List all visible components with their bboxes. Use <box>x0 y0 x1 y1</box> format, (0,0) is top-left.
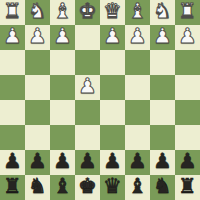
black-bishop[interactable]: ♝ <box>128 174 147 199</box>
white-rook[interactable]: ♜ <box>178 0 197 24</box>
square-a4[interactable] <box>175 75 200 100</box>
square-a5[interactable] <box>175 100 200 125</box>
square-g6[interactable] <box>25 125 50 150</box>
square-h6[interactable] <box>0 125 25 150</box>
square-d5[interactable] <box>100 100 125 125</box>
square-g3[interactable] <box>25 50 50 75</box>
square-f8[interactable]: ♝ <box>50 175 75 200</box>
black-king[interactable]: ♚ <box>78 174 97 199</box>
square-g7[interactable]: ♟ <box>25 150 50 175</box>
square-g1[interactable]: ♞ <box>25 0 50 25</box>
black-pawn[interactable]: ♟ <box>3 149 22 174</box>
square-e6[interactable] <box>75 125 100 150</box>
chess-board: ♜♞♝♚♛♝♞♜♟♟♟♟♟♟♟♟♟♟♟♟♟♟♟♟♜♞♝♚♛♝♞♜ <box>0 0 200 200</box>
square-f3[interactable] <box>50 50 75 75</box>
square-g5[interactable] <box>25 100 50 125</box>
square-d3[interactable] <box>100 50 125 75</box>
black-queen[interactable]: ♛ <box>103 174 122 199</box>
square-f5[interactable] <box>50 100 75 125</box>
square-b6[interactable] <box>150 125 175 150</box>
square-c8[interactable]: ♝ <box>125 175 150 200</box>
square-d2[interactable]: ♟ <box>100 25 125 50</box>
square-h2[interactable]: ♟ <box>0 25 25 50</box>
square-d4[interactable] <box>100 75 125 100</box>
black-pawn[interactable]: ♟ <box>178 149 197 174</box>
white-pawn[interactable]: ♟ <box>53 24 72 49</box>
square-b8[interactable]: ♞ <box>150 175 175 200</box>
square-b7[interactable]: ♟ <box>150 150 175 175</box>
square-c6[interactable] <box>125 125 150 150</box>
white-pawn[interactable]: ♟ <box>78 74 97 99</box>
square-e7[interactable]: ♟ <box>75 150 100 175</box>
square-e4[interactable]: ♟ <box>75 75 100 100</box>
white-pawn[interactable]: ♟ <box>178 24 197 49</box>
square-h4[interactable] <box>0 75 25 100</box>
black-rook[interactable]: ♜ <box>3 174 22 199</box>
square-b1[interactable]: ♞ <box>150 0 175 25</box>
square-f6[interactable] <box>50 125 75 150</box>
chess-board-container: ♜♞♝♚♛♝♞♜♟♟♟♟♟♟♟♟♟♟♟♟♟♟♟♟♜♞♝♚♛♝♞♜ <box>0 0 200 200</box>
square-a1[interactable]: ♜ <box>175 0 200 25</box>
square-h5[interactable] <box>0 100 25 125</box>
black-knight[interactable]: ♞ <box>28 174 47 199</box>
square-e2[interactable] <box>75 25 100 50</box>
square-h3[interactable] <box>0 50 25 75</box>
square-f4[interactable] <box>50 75 75 100</box>
white-pawn[interactable]: ♟ <box>153 24 172 49</box>
square-b5[interactable] <box>150 100 175 125</box>
square-g8[interactable]: ♞ <box>25 175 50 200</box>
square-a3[interactable] <box>175 50 200 75</box>
black-pawn[interactable]: ♟ <box>153 149 172 174</box>
black-pawn[interactable]: ♟ <box>103 149 122 174</box>
square-h7[interactable]: ♟ <box>0 150 25 175</box>
square-c1[interactable]: ♝ <box>125 0 150 25</box>
square-h8[interactable]: ♜ <box>0 175 25 200</box>
black-pawn[interactable]: ♟ <box>28 149 47 174</box>
square-a7[interactable]: ♟ <box>175 150 200 175</box>
white-pawn[interactable]: ♟ <box>28 24 47 49</box>
square-g2[interactable]: ♟ <box>25 25 50 50</box>
white-rook[interactable]: ♜ <box>3 0 22 24</box>
square-e8[interactable]: ♚ <box>75 175 100 200</box>
square-a2[interactable]: ♟ <box>175 25 200 50</box>
square-f7[interactable]: ♟ <box>50 150 75 175</box>
square-g4[interactable] <box>25 75 50 100</box>
white-pawn[interactable]: ♟ <box>3 24 22 49</box>
black-bishop[interactable]: ♝ <box>53 174 72 199</box>
white-knight[interactable]: ♞ <box>153 0 172 24</box>
square-e1[interactable]: ♚ <box>75 0 100 25</box>
black-pawn[interactable]: ♟ <box>53 149 72 174</box>
white-queen[interactable]: ♛ <box>103 0 122 24</box>
square-b2[interactable]: ♟ <box>150 25 175 50</box>
white-pawn[interactable]: ♟ <box>128 24 147 49</box>
white-bishop[interactable]: ♝ <box>128 0 147 24</box>
white-bishop[interactable]: ♝ <box>53 0 72 24</box>
square-c7[interactable]: ♟ <box>125 150 150 175</box>
square-c5[interactable] <box>125 100 150 125</box>
black-knight[interactable]: ♞ <box>153 174 172 199</box>
square-b3[interactable] <box>150 50 175 75</box>
square-c4[interactable] <box>125 75 150 100</box>
square-e5[interactable] <box>75 100 100 125</box>
square-h1[interactable]: ♜ <box>0 0 25 25</box>
black-rook[interactable]: ♜ <box>178 174 197 199</box>
white-pawn[interactable]: ♟ <box>103 24 122 49</box>
square-c3[interactable] <box>125 50 150 75</box>
square-a8[interactable]: ♜ <box>175 175 200 200</box>
square-a6[interactable] <box>175 125 200 150</box>
black-pawn[interactable]: ♟ <box>78 149 97 174</box>
square-d6[interactable] <box>100 125 125 150</box>
square-d7[interactable]: ♟ <box>100 150 125 175</box>
black-pawn[interactable]: ♟ <box>128 149 147 174</box>
square-c2[interactable]: ♟ <box>125 25 150 50</box>
square-d8[interactable]: ♛ <box>100 175 125 200</box>
white-knight[interactable]: ♞ <box>28 0 47 24</box>
square-f2[interactable]: ♟ <box>50 25 75 50</box>
square-f1[interactable]: ♝ <box>50 0 75 25</box>
square-d1[interactable]: ♛ <box>100 0 125 25</box>
square-e3[interactable] <box>75 50 100 75</box>
white-king[interactable]: ♚ <box>78 0 97 24</box>
square-b4[interactable] <box>150 75 175 100</box>
